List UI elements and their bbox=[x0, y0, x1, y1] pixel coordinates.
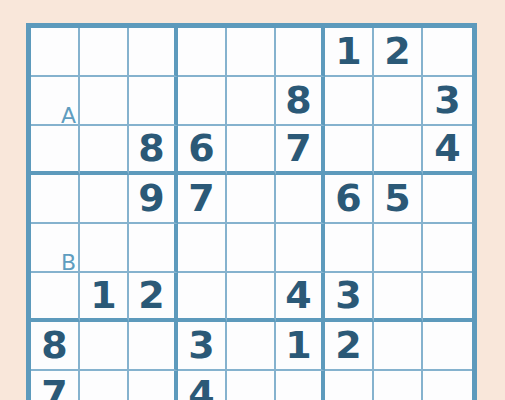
cell-r1c2[interactable] bbox=[80, 28, 129, 77]
cell-r4c4[interactable]: 7 bbox=[178, 175, 227, 224]
cell-r7c1[interactable]: 8 bbox=[31, 322, 80, 371]
cell-corner-label-b: B bbox=[61, 251, 76, 275]
cell-r1c6[interactable] bbox=[276, 28, 325, 77]
cell-r6c1[interactable] bbox=[31, 273, 80, 322]
cell-r8c5[interactable] bbox=[227, 371, 276, 400]
given-digit: 8 bbox=[138, 129, 164, 169]
given-digit: 1 bbox=[285, 326, 311, 366]
cell-r1c5[interactable] bbox=[227, 28, 276, 77]
cell-r3c3[interactable]: 8 bbox=[129, 126, 178, 175]
cell-r7c8[interactable] bbox=[374, 322, 423, 371]
cell-r1c4[interactable] bbox=[178, 28, 227, 77]
cell-r4c3[interactable]: 9 bbox=[129, 175, 178, 224]
cell-r6c4[interactable] bbox=[178, 273, 227, 322]
cell-r3c2[interactable] bbox=[80, 126, 129, 175]
cell-r1c7[interactable]: 1 bbox=[325, 28, 374, 77]
given-digit: 9 bbox=[138, 179, 164, 219]
cell-r1c3[interactable] bbox=[129, 28, 178, 77]
given-digit: 7 bbox=[41, 375, 67, 400]
cell-r2c7[interactable] bbox=[325, 77, 374, 126]
cell-r2c1[interactable]: A bbox=[31, 77, 80, 126]
cell-r4c5[interactable] bbox=[227, 175, 276, 224]
cell-r7c4[interactable]: 3 bbox=[178, 322, 227, 371]
cell-r8c3[interactable] bbox=[129, 371, 178, 400]
cell-r3c4[interactable]: 6 bbox=[178, 126, 227, 175]
cell-r3c1[interactable] bbox=[31, 126, 80, 175]
cell-r6c7[interactable]: 3 bbox=[325, 273, 374, 322]
cell-r5c5[interactable] bbox=[227, 224, 276, 273]
given-digit: 6 bbox=[335, 179, 361, 219]
cell-r5c7[interactable] bbox=[325, 224, 374, 273]
cell-r8c9[interactable] bbox=[423, 371, 472, 400]
cell-r2c4[interactable] bbox=[178, 77, 227, 126]
cell-r8c7[interactable] bbox=[325, 371, 374, 400]
cell-r4c7[interactable]: 6 bbox=[325, 175, 374, 224]
cell-r8c4[interactable]: 4 bbox=[178, 371, 227, 400]
cell-r8c8[interactable] bbox=[374, 371, 423, 400]
cell-r3c6[interactable]: 7 bbox=[276, 126, 325, 175]
cell-r2c5[interactable] bbox=[227, 77, 276, 126]
cell-r6c6[interactable]: 4 bbox=[276, 273, 325, 322]
cell-r6c9[interactable] bbox=[423, 273, 472, 322]
given-digit: 3 bbox=[188, 326, 214, 366]
given-digit: 2 bbox=[384, 32, 410, 72]
given-digit: 5 bbox=[384, 179, 410, 219]
cell-r2c3[interactable] bbox=[129, 77, 178, 126]
cell-r8c2[interactable] bbox=[80, 371, 129, 400]
cell-r4c1[interactable] bbox=[31, 175, 80, 224]
cell-r5c2[interactable] bbox=[80, 224, 129, 273]
cell-r6c8[interactable] bbox=[374, 273, 423, 322]
cell-r5c9[interactable] bbox=[423, 224, 472, 273]
given-digit: 4 bbox=[434, 129, 460, 169]
cell-r5c3[interactable] bbox=[129, 224, 178, 273]
cell-r1c1[interactable] bbox=[31, 28, 80, 77]
cell-r5c1[interactable]: B bbox=[31, 224, 80, 273]
cell-r8c6[interactable] bbox=[276, 371, 325, 400]
cell-r1c9[interactable] bbox=[423, 28, 472, 77]
sudoku-board: 12A8386749765B1243831274 bbox=[26, 23, 477, 400]
cell-r6c5[interactable] bbox=[227, 273, 276, 322]
cell-r6c2[interactable]: 1 bbox=[80, 273, 129, 322]
cell-r3c9[interactable]: 4 bbox=[423, 126, 472, 175]
given-digit: 3 bbox=[335, 276, 361, 316]
cell-r7c6[interactable]: 1 bbox=[276, 322, 325, 371]
cell-r2c8[interactable] bbox=[374, 77, 423, 126]
cell-r2c6[interactable]: 8 bbox=[276, 77, 325, 126]
cell-r4c8[interactable]: 5 bbox=[374, 175, 423, 224]
cell-r5c6[interactable] bbox=[276, 224, 325, 273]
given-digit: 6 bbox=[188, 129, 214, 169]
cell-corner-label-a: A bbox=[61, 104, 76, 128]
cell-r7c7[interactable]: 2 bbox=[325, 322, 374, 371]
cell-r7c5[interactable] bbox=[227, 322, 276, 371]
given-digit: 8 bbox=[41, 326, 67, 366]
given-digit: 3 bbox=[434, 81, 460, 121]
cell-r2c9[interactable]: 3 bbox=[423, 77, 472, 126]
cell-r4c2[interactable] bbox=[80, 175, 129, 224]
cell-r7c2[interactable] bbox=[80, 322, 129, 371]
given-digit: 8 bbox=[285, 81, 311, 121]
cell-r3c8[interactable] bbox=[374, 126, 423, 175]
cell-r7c9[interactable] bbox=[423, 322, 472, 371]
cell-r4c6[interactable] bbox=[276, 175, 325, 224]
cell-r6c3[interactable]: 2 bbox=[129, 273, 178, 322]
given-digit: 2 bbox=[335, 326, 361, 366]
cell-r2c2[interactable] bbox=[80, 77, 129, 126]
given-digit: 2 bbox=[138, 276, 164, 316]
cell-r8c1[interactable]: 7 bbox=[31, 371, 80, 400]
cell-r4c9[interactable] bbox=[423, 175, 472, 224]
given-digit: 4 bbox=[188, 375, 214, 400]
cell-r3c5[interactable] bbox=[227, 126, 276, 175]
cell-r5c4[interactable] bbox=[178, 224, 227, 273]
given-digit: 7 bbox=[188, 179, 214, 219]
given-digit: 7 bbox=[285, 129, 311, 169]
cell-r7c3[interactable] bbox=[129, 322, 178, 371]
cell-r3c7[interactable] bbox=[325, 126, 374, 175]
given-digit: 4 bbox=[285, 276, 311, 316]
cell-r5c8[interactable] bbox=[374, 224, 423, 273]
given-digit: 1 bbox=[90, 276, 116, 316]
given-digit: 1 bbox=[335, 32, 361, 72]
cell-r1c8[interactable]: 2 bbox=[374, 28, 423, 77]
